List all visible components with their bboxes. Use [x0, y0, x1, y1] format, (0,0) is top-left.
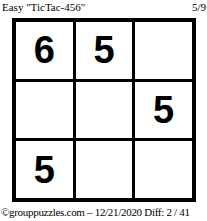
puzzle-title: Easy "TicTac-456"	[2, 1, 85, 14]
tictac-grid: 6 5 5 5	[12, 18, 196, 202]
cell-r1c2: 5	[76, 22, 133, 79]
cell-r2c2	[76, 82, 133, 139]
cell-r3c2	[76, 141, 133, 198]
cell-r3c3	[135, 141, 192, 198]
cell-r1c1: 6	[16, 22, 73, 79]
page-number: 5/9	[192, 1, 206, 14]
cell-r2c1	[16, 82, 73, 139]
cell-r1c3	[135, 22, 192, 79]
copyright-footer: ©grouppuzzles.com – 12/21/2020 Diff: 2 /…	[1, 205, 190, 219]
cell-r2c3: 5	[135, 82, 192, 139]
cell-r3c1: 5	[16, 141, 73, 198]
